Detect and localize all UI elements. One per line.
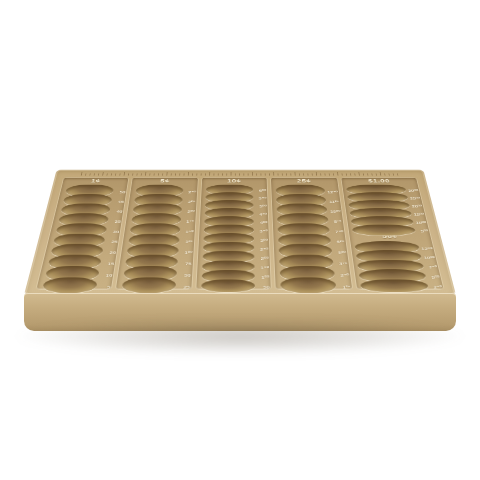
coin-slot: 1⁵⁰ bbox=[199, 260, 268, 269]
coin-slot: 12⁵⁰ bbox=[352, 241, 432, 250]
coin-slot: 25 bbox=[118, 277, 189, 289]
coin-slot: 5⁵⁰ bbox=[202, 192, 265, 200]
dollar-slot-list: 30⁰⁰ 25⁰⁰ 20⁰⁰ 15⁰⁰ 10⁰⁰ bbox=[344, 184, 428, 233]
coin-slot: 4⁵⁰ bbox=[202, 208, 266, 216]
coin-slot: 2⁰⁰ bbox=[199, 250, 267, 259]
coin-slot: 10⁰⁰ bbox=[348, 216, 425, 224]
coin-slot: 15⁰⁰ bbox=[347, 208, 424, 216]
coin-slot: 50 bbox=[62, 184, 126, 193]
coin-slot: 6²⁵ bbox=[275, 233, 344, 244]
coin-column-quarters: 25¢ 12⁵⁰ 11²⁵ 10⁰⁰ 8⁷⁵ bbox=[271, 178, 352, 290]
coin-slot: 3⁵⁰ bbox=[201, 224, 267, 233]
coin-slot: 50 bbox=[120, 265, 190, 276]
coin-column-pennies: 1¢ 50 45 40 35 30 bbox=[36, 178, 128, 290]
coin-slot: 20⁰⁰ bbox=[346, 200, 422, 208]
coin-slot: 1²⁵ bbox=[125, 233, 193, 244]
coin-slot: 30⁰⁰ bbox=[344, 184, 418, 192]
coin-slot: 10⁰⁰ bbox=[353, 250, 434, 259]
coin-column-dollars-and-halves: $1.00 30⁰⁰ 25⁰⁰ 20⁰⁰ 15⁰⁰ bbox=[341, 178, 444, 290]
coin-slot: 2⁵⁰ bbox=[200, 242, 267, 251]
coin-slot: 2²⁵ bbox=[131, 193, 195, 202]
coin-column-nickels: 5¢ 2⁵⁰ 2²⁵ 2⁰⁰ 1⁷⁵ 1⁵⁰ bbox=[116, 178, 197, 290]
coin-slot: 20 bbox=[47, 243, 116, 254]
amount-label: 1²⁵ bbox=[336, 285, 351, 290]
coin-groove bbox=[360, 279, 429, 292]
coin-slot: 5⁰⁰ bbox=[349, 224, 427, 233]
coin-slot: 1⁷⁵ bbox=[128, 213, 194, 223]
coin-slot: 11²⁵ bbox=[273, 193, 338, 202]
coin-slot: 10⁰⁰ bbox=[274, 203, 340, 213]
coin-groove bbox=[281, 278, 337, 293]
coin-slot: 30 bbox=[52, 223, 120, 233]
coin-slot: 5⁰⁰ bbox=[356, 269, 439, 279]
coin-slot: 25 bbox=[50, 233, 119, 244]
product-photo-scene: 1¢ 50 45 40 35 30 bbox=[0, 0, 480, 480]
denomination-columns: 1¢ 50 45 40 35 30 bbox=[36, 178, 443, 290]
slot-list: 50 45 40 35 30 25 bbox=[39, 184, 126, 288]
coin-slot: 1⁵⁰ bbox=[126, 223, 193, 233]
coin-slot: 3⁰⁰ bbox=[200, 233, 267, 242]
amount-label: 5 bbox=[95, 285, 111, 290]
slot-list: 6⁰⁰ 5⁵⁰ 5⁰⁰ 4⁵⁰ 4⁰⁰ bbox=[198, 184, 269, 288]
back-edge-ruler-ticks bbox=[81, 172, 399, 176]
amount-label: 5⁰⁰ bbox=[414, 230, 429, 234]
coin-slot: 2⁵⁰ bbox=[277, 265, 349, 276]
coin-slot: 3⁷⁵ bbox=[276, 254, 347, 265]
coin-groove bbox=[121, 278, 176, 293]
coin-slot: 7⁵⁰ bbox=[275, 223, 343, 233]
coin-slot: 6⁰⁰ bbox=[203, 184, 265, 192]
coin-slot: 7⁵⁰ bbox=[354, 259, 436, 269]
coin-groove bbox=[201, 279, 255, 292]
coin-slot: 2⁵⁰ bbox=[132, 184, 195, 193]
slot-list: 2⁵⁰ 2²⁵ 2⁰⁰ 1⁷⁵ 1⁵⁰ bbox=[118, 184, 195, 288]
coin-slot: 5 bbox=[39, 277, 112, 289]
coin-slot: 4⁰⁰ bbox=[201, 216, 266, 224]
coin-slot: 5⁰⁰ bbox=[275, 243, 345, 254]
coin-slot: 35 bbox=[55, 213, 122, 223]
coin-groove bbox=[352, 225, 416, 236]
tray-drop-shadow bbox=[16, 321, 464, 355]
coin-slot: 40 bbox=[57, 203, 123, 213]
coin-slot: 12⁵⁰ bbox=[273, 184, 337, 193]
slot-list: 12⁵⁰ 11²⁵ 10⁰⁰ 8⁷⁵ 7⁵⁰ bbox=[273, 184, 350, 288]
coin-column-dimes: 10¢ 6⁰⁰ 5⁵⁰ 5⁰⁰ 4⁵⁰ 4⁰ bbox=[196, 178, 271, 290]
coin-slot: 1²⁵ bbox=[277, 277, 350, 289]
coin-groove bbox=[41, 278, 98, 293]
amount-label: 25 bbox=[175, 285, 190, 290]
amount-label: 2⁵⁰ bbox=[427, 285, 443, 290]
coin-slot: 45 bbox=[60, 193, 125, 202]
coin-slot: 2⁰⁰ bbox=[129, 203, 194, 213]
coin-slot: 50 bbox=[198, 279, 269, 289]
coin-slot: 75 bbox=[122, 254, 191, 265]
coin-slot: 2⁵⁰ bbox=[357, 279, 441, 289]
coin-slot: 10 bbox=[41, 265, 113, 276]
amount-label: 50 bbox=[255, 285, 270, 290]
coin-tray-top-surface: 1¢ 50 45 40 35 30 bbox=[24, 170, 456, 295]
coin-slot: 15 bbox=[44, 254, 115, 265]
coin-slot: 8⁷⁵ bbox=[274, 213, 341, 223]
half-dollar-slot-list: 12⁵⁰ 10⁰⁰ 7⁵⁰ 5⁰⁰ 2⁵⁰ bbox=[352, 241, 442, 289]
coin-slot: 1⁰⁰ bbox=[198, 269, 268, 279]
coin-slot: 25⁰⁰ bbox=[345, 192, 420, 200]
coin-slot: 1⁰⁰ bbox=[123, 243, 191, 254]
coin-slot: 5⁰⁰ bbox=[202, 200, 266, 208]
